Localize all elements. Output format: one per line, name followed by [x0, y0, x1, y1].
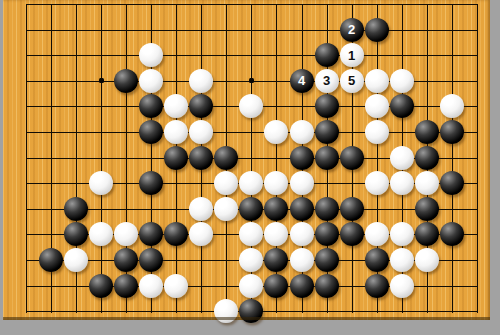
- board-point: [414, 196, 439, 222]
- board-point: [214, 42, 239, 68]
- board-point: [164, 119, 189, 145]
- board-point: [464, 0, 489, 17]
- board-point: [464, 94, 489, 120]
- board-point: [114, 94, 139, 120]
- board-point: [89, 94, 114, 120]
- board-point: [339, 273, 364, 299]
- black-stone: [139, 120, 163, 144]
- black-stone: [440, 222, 464, 246]
- board-point: [139, 17, 164, 43]
- board-point: [364, 196, 389, 222]
- board-point: [114, 222, 139, 248]
- board-point: [214, 17, 239, 43]
- board-point: [389, 170, 414, 196]
- black-stone: [239, 299, 263, 323]
- board-point: [364, 273, 389, 299]
- board-point: [264, 68, 289, 94]
- board-point: [64, 68, 89, 94]
- board-point: [39, 298, 64, 324]
- white-stone: [290, 120, 314, 144]
- board-point: [439, 298, 464, 324]
- board-point: [364, 42, 389, 68]
- white-stone: [164, 94, 188, 118]
- black-stone: [264, 197, 288, 221]
- board-point: [314, 170, 339, 196]
- board-point: [339, 222, 364, 248]
- white-stone: [365, 94, 389, 118]
- board-point: [14, 94, 39, 120]
- board-point: [189, 298, 214, 324]
- board-point: [64, 170, 89, 196]
- board-point: [439, 273, 464, 299]
- board-point: [414, 298, 439, 324]
- board-point: [64, 145, 89, 171]
- white-stone: [139, 69, 163, 93]
- white-stone: [239, 94, 263, 118]
- board-point: [89, 298, 114, 324]
- board-point: [164, 145, 189, 171]
- white-stone: [89, 171, 113, 195]
- board-point: [14, 273, 39, 299]
- black-stone: [315, 274, 339, 298]
- black-stone: [114, 248, 138, 272]
- board-point: [89, 68, 114, 94]
- board-point: [139, 94, 164, 120]
- black-stone: [340, 222, 364, 246]
- black-stone: [340, 146, 364, 170]
- black-stone: [290, 146, 314, 170]
- white-stone-move-1: 1: [340, 43, 364, 67]
- board-point: [464, 273, 489, 299]
- board-point: [439, 222, 464, 248]
- black-stone: [315, 248, 339, 272]
- board-point: [264, 119, 289, 145]
- board-point: [264, 0, 289, 17]
- white-stone: [264, 222, 288, 246]
- board-point: [39, 94, 64, 120]
- board-point: [389, 17, 414, 43]
- white-stone: [365, 120, 389, 144]
- go-board: 21435: [3, 0, 490, 320]
- white-stone: [290, 248, 314, 272]
- board-point: [164, 222, 189, 248]
- black-stone: [139, 248, 163, 272]
- board-point: [414, 42, 439, 68]
- board-point: [89, 247, 114, 273]
- board-point: [214, 119, 239, 145]
- board-point: [39, 196, 64, 222]
- board-point: [339, 196, 364, 222]
- board-point: [314, 222, 339, 248]
- board-point: [364, 94, 389, 120]
- black-stone: [214, 146, 238, 170]
- board-point: [314, 119, 339, 145]
- board-point: [139, 247, 164, 273]
- board-point: [39, 17, 64, 43]
- board-point: [114, 119, 139, 145]
- black-stone: [415, 197, 439, 221]
- board-point: [439, 170, 464, 196]
- board-point: [114, 68, 139, 94]
- board-point: [364, 247, 389, 273]
- star-point: [249, 78, 254, 83]
- board-point: [439, 145, 464, 171]
- board-point: [264, 42, 289, 68]
- board-point: [339, 119, 364, 145]
- board-point: [39, 42, 64, 68]
- board-point: [239, 222, 264, 248]
- board-point: [464, 222, 489, 248]
- board-point: [39, 170, 64, 196]
- board-point: [39, 247, 64, 273]
- board-point: [389, 196, 414, 222]
- stones-grid: 21435: [14, 0, 490, 324]
- black-stone: [315, 197, 339, 221]
- white-stone: [390, 146, 414, 170]
- board-point: [189, 247, 214, 273]
- board-point: [139, 196, 164, 222]
- board-point: [464, 42, 489, 68]
- board-point: [414, 222, 439, 248]
- board-point: [114, 247, 139, 273]
- board-point: [189, 119, 214, 145]
- board-point: [289, 0, 314, 17]
- black-stone-move-2: 2: [340, 18, 364, 42]
- board-point: [364, 68, 389, 94]
- board-point: [289, 273, 314, 299]
- board-point: [89, 145, 114, 171]
- board-point: [64, 196, 89, 222]
- board-point: [464, 298, 489, 324]
- board-point: [139, 0, 164, 17]
- board-point: [14, 68, 39, 94]
- board-point: [389, 0, 414, 17]
- board-point: [389, 247, 414, 273]
- board-point: [14, 170, 39, 196]
- board-point: [114, 42, 139, 68]
- black-stone: [340, 197, 364, 221]
- board-point: 4: [289, 68, 314, 94]
- board-point: [239, 298, 264, 324]
- white-stone: [214, 197, 238, 221]
- white-stone: [264, 171, 288, 195]
- white-stone: [390, 274, 414, 298]
- white-stone: [365, 69, 389, 93]
- board-point: [189, 196, 214, 222]
- board-point: [339, 94, 364, 120]
- board-point: [239, 247, 264, 273]
- board-point: [289, 42, 314, 68]
- board-point: [39, 145, 64, 171]
- board-point: [39, 0, 64, 17]
- board-point: [189, 68, 214, 94]
- white-stone: [239, 171, 263, 195]
- board-point: [89, 0, 114, 17]
- board-point: [139, 68, 164, 94]
- board-point: [439, 68, 464, 94]
- board-point: [289, 222, 314, 248]
- board-point: [439, 0, 464, 17]
- board-point: [114, 298, 139, 324]
- board-point: [164, 17, 189, 43]
- board-point: [189, 0, 214, 17]
- board-point: [114, 145, 139, 171]
- board-point: [164, 247, 189, 273]
- black-stone: [239, 197, 263, 221]
- board-point: [239, 94, 264, 120]
- white-stone: [214, 171, 238, 195]
- board-point: [89, 17, 114, 43]
- white-stone-move-5: 5: [340, 69, 364, 93]
- board-point: [214, 145, 239, 171]
- board-point: [439, 94, 464, 120]
- board-point: [439, 196, 464, 222]
- board-point: [164, 273, 189, 299]
- board-point: [364, 145, 389, 171]
- board-point: [389, 298, 414, 324]
- board-point: [214, 222, 239, 248]
- board-point: [189, 17, 214, 43]
- board-point: [39, 273, 64, 299]
- board-point: [214, 170, 239, 196]
- black-stone: [139, 222, 163, 246]
- board-point: [189, 94, 214, 120]
- board-point: [364, 222, 389, 248]
- white-stone: [139, 274, 163, 298]
- black-stone: [64, 197, 88, 221]
- board-point: [14, 119, 39, 145]
- board-point: [14, 145, 39, 171]
- board-point: [164, 42, 189, 68]
- white-stone: [139, 43, 163, 67]
- black-stone: [415, 120, 439, 144]
- black-stone: [440, 120, 464, 144]
- board-point: [414, 0, 439, 17]
- board-point: [464, 119, 489, 145]
- white-stone: [390, 69, 414, 93]
- white-stone-move-3: 3: [315, 69, 339, 93]
- board-point: 1: [339, 42, 364, 68]
- board-point: [314, 145, 339, 171]
- board-point: [339, 170, 364, 196]
- board-point: [464, 170, 489, 196]
- black-stone: [440, 171, 464, 195]
- board-point: [139, 145, 164, 171]
- star-point: [99, 78, 104, 83]
- board-point: [314, 247, 339, 273]
- white-stone: [239, 222, 263, 246]
- board-point: [264, 298, 289, 324]
- board-point: [239, 42, 264, 68]
- black-stone: [164, 222, 188, 246]
- board-point: [439, 247, 464, 273]
- board-point: [264, 273, 289, 299]
- board-point: [114, 17, 139, 43]
- go-diagram-panel: 21435: [0, 0, 500, 335]
- white-stone: [64, 248, 88, 272]
- board-point: [339, 247, 364, 273]
- board-point: [39, 68, 64, 94]
- white-stone: [440, 94, 464, 118]
- black-stone: [64, 222, 88, 246]
- board-point: [14, 42, 39, 68]
- board-point: [439, 42, 464, 68]
- board-point: [164, 298, 189, 324]
- black-stone: [264, 274, 288, 298]
- board-point: [164, 94, 189, 120]
- board-point: [14, 222, 39, 248]
- black-stone: [315, 120, 339, 144]
- black-stone: [415, 222, 439, 246]
- board-point: [189, 42, 214, 68]
- board-point: [239, 68, 264, 94]
- board-point: [139, 170, 164, 196]
- board-point: [389, 68, 414, 94]
- board-point: [389, 145, 414, 171]
- board-point: [314, 42, 339, 68]
- board-point: [289, 170, 314, 196]
- black-stone: [415, 146, 439, 170]
- board-point: [189, 222, 214, 248]
- black-stone: [315, 146, 339, 170]
- board-point: [164, 68, 189, 94]
- board-point: [289, 247, 314, 273]
- board-point: [114, 170, 139, 196]
- board-point: [414, 170, 439, 196]
- board-point: [264, 247, 289, 273]
- white-stone: [189, 120, 213, 144]
- board-point: [39, 119, 64, 145]
- white-stone: [365, 222, 389, 246]
- board-point: 2: [339, 17, 364, 43]
- board-point: [189, 273, 214, 299]
- board-point: [364, 170, 389, 196]
- white-stone: [365, 171, 389, 195]
- board-point: [289, 17, 314, 43]
- board-point: [314, 0, 339, 17]
- board-point: [189, 170, 214, 196]
- white-stone: [164, 120, 188, 144]
- board-point: [289, 94, 314, 120]
- black-stone-move-4: 4: [290, 69, 314, 93]
- board-point: [214, 94, 239, 120]
- board-point: [464, 145, 489, 171]
- board-point: [314, 94, 339, 120]
- black-stone: [315, 94, 339, 118]
- board-point: [64, 222, 89, 248]
- board-point: [64, 298, 89, 324]
- board-point: [164, 196, 189, 222]
- board-point: [239, 17, 264, 43]
- board-point: [464, 196, 489, 222]
- board-point: [139, 42, 164, 68]
- board-point: [239, 170, 264, 196]
- board-point: [89, 273, 114, 299]
- board-point: [14, 17, 39, 43]
- board-point: [14, 298, 39, 324]
- black-stone: [390, 94, 414, 118]
- black-stone: [365, 18, 389, 42]
- white-stone: [415, 248, 439, 272]
- board-point: [214, 247, 239, 273]
- white-stone: [290, 222, 314, 246]
- board-point: [164, 170, 189, 196]
- board-point: 3: [314, 68, 339, 94]
- board-point: [339, 0, 364, 17]
- board-point: [264, 17, 289, 43]
- board-point: [114, 196, 139, 222]
- board-point: [239, 119, 264, 145]
- board-point: [364, 119, 389, 145]
- white-stone: [290, 171, 314, 195]
- black-stone: [139, 94, 163, 118]
- board-point: [439, 119, 464, 145]
- white-stone: [239, 274, 263, 298]
- board-point: [89, 119, 114, 145]
- board-point: [264, 196, 289, 222]
- board-point: [414, 68, 439, 94]
- white-stone: [390, 171, 414, 195]
- board-point: [239, 0, 264, 17]
- white-stone: [415, 171, 439, 195]
- board-point: 5: [339, 68, 364, 94]
- black-stone: [264, 248, 288, 272]
- board-point: [89, 42, 114, 68]
- board-point: [139, 119, 164, 145]
- board-point: [414, 145, 439, 171]
- black-stone: [315, 222, 339, 246]
- board-point: [389, 119, 414, 145]
- board-point: [414, 247, 439, 273]
- board-point: [139, 298, 164, 324]
- board-point: [39, 222, 64, 248]
- board-point: [314, 17, 339, 43]
- board-point: [239, 145, 264, 171]
- white-stone: [189, 69, 213, 93]
- white-stone: [214, 299, 238, 323]
- board-point: [64, 94, 89, 120]
- board-point: [114, 0, 139, 17]
- board-point: [139, 222, 164, 248]
- board-point: [214, 68, 239, 94]
- board-point: [414, 273, 439, 299]
- white-stone: [264, 120, 288, 144]
- board-point: [414, 119, 439, 145]
- board-point: [389, 273, 414, 299]
- board-point: [239, 273, 264, 299]
- board-point: [14, 0, 39, 17]
- board-point: [464, 247, 489, 273]
- board-point: [289, 145, 314, 171]
- board-point: [264, 145, 289, 171]
- black-stone: [290, 197, 314, 221]
- white-stone: [164, 274, 188, 298]
- board-point: [464, 17, 489, 43]
- board-point: [14, 196, 39, 222]
- board-point: [89, 170, 114, 196]
- board-point: [239, 196, 264, 222]
- board-point: [14, 247, 39, 273]
- board-point: [264, 222, 289, 248]
- board-point: [289, 298, 314, 324]
- board-point: [389, 222, 414, 248]
- board-point: [314, 298, 339, 324]
- board-point: [439, 17, 464, 43]
- board-point: [464, 68, 489, 94]
- black-stone: [164, 146, 188, 170]
- board-point: [139, 273, 164, 299]
- board-point: [214, 273, 239, 299]
